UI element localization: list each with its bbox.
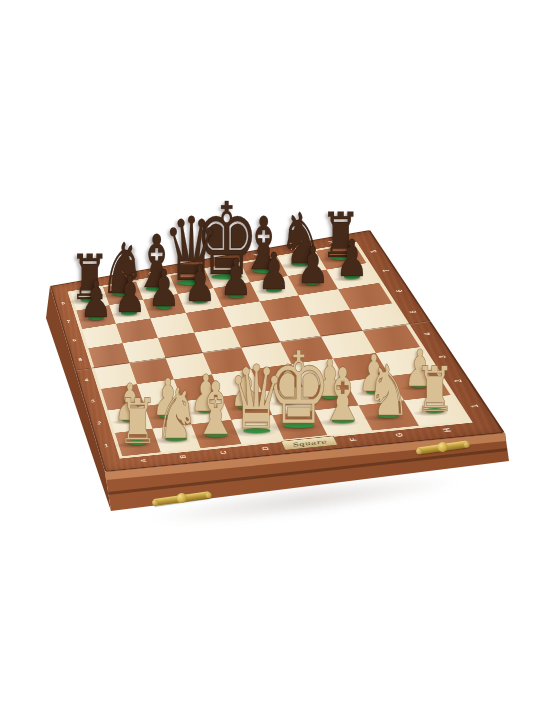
rank-label-right-3: 3: [433, 352, 452, 361]
rank-label-left-8: 8: [57, 300, 68, 307]
file-label-bottom-b: B: [175, 452, 190, 461]
rank-label-right-8: 8: [365, 248, 381, 256]
rank-label-right-2: 2: [448, 376, 467, 385]
file-label-top-c: C: [145, 270, 157, 277]
rank-label-left-1: 1: [100, 442, 113, 450]
rank-label-right-7: 7: [378, 267, 395, 275]
rank-label-right-1: 1: [465, 401, 485, 410]
file-label-bottom-d: D: [257, 444, 273, 453]
file-label-top-b: B: [112, 276, 124, 283]
file-label-top-f: F: [249, 251, 263, 258]
chess-set-photo: AABBCCDDEEFFGGHH1122334455667788 Square …: [0, 0, 540, 720]
file-label-top-a: A: [79, 281, 91, 288]
file-label-bottom-c: C: [216, 448, 232, 457]
rank-label-left-7: 7: [63, 318, 75, 325]
file-label-bottom-f: F: [344, 435, 362, 444]
rank-label-left-3: 3: [86, 397, 99, 405]
file-label-bottom-a: A: [136, 456, 150, 465]
rank-label-left-2: 2: [93, 419, 106, 427]
file-label-top-g: G: [286, 245, 301, 252]
file-label-bottom-h: H: [437, 425, 457, 435]
file-label-top-e: E: [213, 258, 226, 265]
rank-label-right-6: 6: [391, 287, 408, 295]
coordinate-labels: AABBCCDDEEFFGGHH1122334455667788: [50, 230, 505, 472]
rank-label-left-5: 5: [74, 356, 86, 364]
file-label-bottom-g: G: [390, 430, 409, 439]
file-label-top-h: H: [324, 238, 339, 246]
board: AABBCCDDEEFFGGHH1122334455667788 Square: [50, 230, 505, 472]
rank-label-right-5: 5: [404, 308, 422, 316]
file-label-top-d: D: [179, 264, 192, 271]
rank-label-right-4: 4: [418, 330, 436, 339]
rank-label-left-6: 6: [68, 336, 80, 343]
rank-label-left-4: 4: [80, 376, 92, 384]
